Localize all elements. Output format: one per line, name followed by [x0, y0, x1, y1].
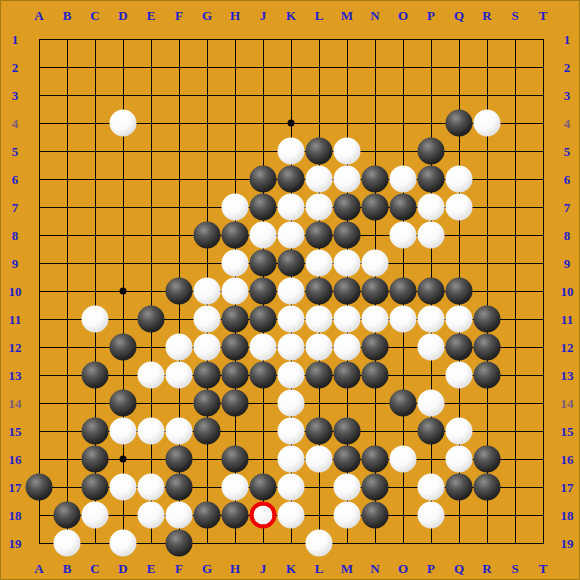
intersection-K6[interactable] — [277, 165, 305, 193]
intersection-M11[interactable] — [333, 305, 361, 333]
intersection-F6[interactable] — [165, 165, 193, 193]
intersection-M3[interactable] — [333, 81, 361, 109]
intersection-N18[interactable] — [361, 501, 389, 529]
intersection-H13[interactable] — [221, 361, 249, 389]
intersection-L1[interactable] — [305, 25, 333, 53]
intersection-B11[interactable] — [53, 305, 81, 333]
intersection-P17[interactable] — [417, 473, 445, 501]
intersection-M15[interactable] — [333, 417, 361, 445]
intersection-K2[interactable] — [277, 53, 305, 81]
intersection-N19[interactable] — [361, 529, 389, 557]
intersection-O6[interactable] — [389, 165, 417, 193]
intersection-A18[interactable] — [25, 501, 53, 529]
intersection-L18[interactable] — [305, 501, 333, 529]
intersection-G18[interactable] — [193, 501, 221, 529]
intersection-J7[interactable] — [249, 193, 277, 221]
intersection-F10[interactable] — [165, 277, 193, 305]
intersection-P11[interactable] — [417, 305, 445, 333]
intersection-E11[interactable] — [137, 305, 165, 333]
intersection-K3[interactable] — [277, 81, 305, 109]
intersection-P16[interactable] — [417, 445, 445, 473]
intersection-N2[interactable] — [361, 53, 389, 81]
intersection-P3[interactable] — [417, 81, 445, 109]
intersection-Q4[interactable] — [445, 109, 473, 137]
intersection-K11[interactable] — [277, 305, 305, 333]
intersection-J2[interactable] — [249, 53, 277, 81]
intersection-E2[interactable] — [137, 53, 165, 81]
intersection-R12[interactable] — [473, 333, 501, 361]
intersection-J12[interactable] — [249, 333, 277, 361]
intersection-R3[interactable] — [473, 81, 501, 109]
intersection-S17[interactable] — [501, 473, 529, 501]
intersection-G3[interactable] — [193, 81, 221, 109]
intersection-D6[interactable] — [109, 165, 137, 193]
intersection-D3[interactable] — [109, 81, 137, 109]
intersection-K16[interactable] — [277, 445, 305, 473]
intersection-D11[interactable] — [109, 305, 137, 333]
intersection-J14[interactable] — [249, 389, 277, 417]
intersection-S11[interactable] — [501, 305, 529, 333]
intersection-R8[interactable] — [473, 221, 501, 249]
intersection-R17[interactable] — [473, 473, 501, 501]
intersection-Q12[interactable] — [445, 333, 473, 361]
intersection-G7[interactable] — [193, 193, 221, 221]
intersection-P10[interactable] — [417, 277, 445, 305]
intersection-J10[interactable] — [249, 277, 277, 305]
intersection-E18[interactable] — [137, 501, 165, 529]
intersection-L11[interactable] — [305, 305, 333, 333]
intersection-D17[interactable] — [109, 473, 137, 501]
intersection-L13[interactable] — [305, 361, 333, 389]
intersection-J15[interactable] — [249, 417, 277, 445]
intersection-Q1[interactable] — [445, 25, 473, 53]
intersection-J18[interactable] — [249, 501, 277, 529]
intersection-S7[interactable] — [501, 193, 529, 221]
intersection-B16[interactable] — [53, 445, 81, 473]
intersection-B2[interactable] — [53, 53, 81, 81]
intersection-C8[interactable] — [81, 221, 109, 249]
intersection-G9[interactable] — [193, 249, 221, 277]
intersection-N5[interactable] — [361, 137, 389, 165]
intersection-L8[interactable] — [305, 221, 333, 249]
intersection-M14[interactable] — [333, 389, 361, 417]
intersection-N3[interactable] — [361, 81, 389, 109]
intersection-D10[interactable] — [109, 277, 137, 305]
intersection-L7[interactable] — [305, 193, 333, 221]
intersection-F12[interactable] — [165, 333, 193, 361]
intersection-J6[interactable] — [249, 165, 277, 193]
intersection-L12[interactable] — [305, 333, 333, 361]
intersection-R10[interactable] — [473, 277, 501, 305]
intersection-A4[interactable] — [25, 109, 53, 137]
intersection-M7[interactable] — [333, 193, 361, 221]
intersection-C4[interactable] — [81, 109, 109, 137]
intersection-A17[interactable] — [25, 473, 53, 501]
intersection-F16[interactable] — [165, 445, 193, 473]
intersection-H7[interactable] — [221, 193, 249, 221]
intersection-F18[interactable] — [165, 501, 193, 529]
intersection-B7[interactable] — [53, 193, 81, 221]
intersection-L19[interactable] — [305, 529, 333, 557]
intersection-K19[interactable] — [277, 529, 305, 557]
intersection-C3[interactable] — [81, 81, 109, 109]
intersection-E16[interactable] — [137, 445, 165, 473]
intersection-H17[interactable] — [221, 473, 249, 501]
intersection-R1[interactable] — [473, 25, 501, 53]
intersection-F4[interactable] — [165, 109, 193, 137]
intersection-O12[interactable] — [389, 333, 417, 361]
intersection-F5[interactable] — [165, 137, 193, 165]
intersection-F19[interactable] — [165, 529, 193, 557]
intersection-M4[interactable] — [333, 109, 361, 137]
intersection-H9[interactable] — [221, 249, 249, 277]
intersection-P18[interactable] — [417, 501, 445, 529]
intersection-L14[interactable] — [305, 389, 333, 417]
intersection-H15[interactable] — [221, 417, 249, 445]
stone-grid[interactable] — [25, 25, 557, 557]
intersection-G10[interactable] — [193, 277, 221, 305]
intersection-C6[interactable] — [81, 165, 109, 193]
intersection-H12[interactable] — [221, 333, 249, 361]
intersection-C16[interactable] — [81, 445, 109, 473]
intersection-P19[interactable] — [417, 529, 445, 557]
intersection-K8[interactable] — [277, 221, 305, 249]
intersection-L9[interactable] — [305, 249, 333, 277]
intersection-M8[interactable] — [333, 221, 361, 249]
intersection-G17[interactable] — [193, 473, 221, 501]
intersection-S3[interactable] — [501, 81, 529, 109]
intersection-T19[interactable] — [529, 529, 557, 557]
intersection-C7[interactable] — [81, 193, 109, 221]
intersection-D14[interactable] — [109, 389, 137, 417]
intersection-F15[interactable] — [165, 417, 193, 445]
intersection-B5[interactable] — [53, 137, 81, 165]
intersection-J19[interactable] — [249, 529, 277, 557]
intersection-G5[interactable] — [193, 137, 221, 165]
intersection-R16[interactable] — [473, 445, 501, 473]
intersection-C13[interactable] — [81, 361, 109, 389]
intersection-A2[interactable] — [25, 53, 53, 81]
intersection-A6[interactable] — [25, 165, 53, 193]
intersection-A16[interactable] — [25, 445, 53, 473]
intersection-O14[interactable] — [389, 389, 417, 417]
intersection-R7[interactable] — [473, 193, 501, 221]
intersection-E4[interactable] — [137, 109, 165, 137]
intersection-B17[interactable] — [53, 473, 81, 501]
intersection-M2[interactable] — [333, 53, 361, 81]
intersection-B3[interactable] — [53, 81, 81, 109]
intersection-T11[interactable] — [529, 305, 557, 333]
intersection-R15[interactable] — [473, 417, 501, 445]
intersection-E9[interactable] — [137, 249, 165, 277]
intersection-P1[interactable] — [417, 25, 445, 53]
intersection-M1[interactable] — [333, 25, 361, 53]
intersection-C17[interactable] — [81, 473, 109, 501]
intersection-T12[interactable] — [529, 333, 557, 361]
intersection-O2[interactable] — [389, 53, 417, 81]
intersection-R5[interactable] — [473, 137, 501, 165]
intersection-K9[interactable] — [277, 249, 305, 277]
intersection-R6[interactable] — [473, 165, 501, 193]
intersection-H4[interactable] — [221, 109, 249, 137]
intersection-J13[interactable] — [249, 361, 277, 389]
intersection-N7[interactable] — [361, 193, 389, 221]
intersection-L6[interactable] — [305, 165, 333, 193]
intersection-Q6[interactable] — [445, 165, 473, 193]
intersection-S12[interactable] — [501, 333, 529, 361]
intersection-T4[interactable] — [529, 109, 557, 137]
intersection-F17[interactable] — [165, 473, 193, 501]
intersection-O9[interactable] — [389, 249, 417, 277]
intersection-Q16[interactable] — [445, 445, 473, 473]
intersection-N9[interactable] — [361, 249, 389, 277]
intersection-H14[interactable] — [221, 389, 249, 417]
intersection-T1[interactable] — [529, 25, 557, 53]
intersection-H8[interactable] — [221, 221, 249, 249]
intersection-Q17[interactable] — [445, 473, 473, 501]
intersection-T3[interactable] — [529, 81, 557, 109]
intersection-P13[interactable] — [417, 361, 445, 389]
intersection-D19[interactable] — [109, 529, 137, 557]
intersection-N10[interactable] — [361, 277, 389, 305]
intersection-F11[interactable] — [165, 305, 193, 333]
intersection-H3[interactable] — [221, 81, 249, 109]
intersection-S16[interactable] — [501, 445, 529, 473]
intersection-K13[interactable] — [277, 361, 305, 389]
intersection-C2[interactable] — [81, 53, 109, 81]
intersection-K1[interactable] — [277, 25, 305, 53]
intersection-E13[interactable] — [137, 361, 165, 389]
intersection-M5[interactable] — [333, 137, 361, 165]
intersection-A15[interactable] — [25, 417, 53, 445]
intersection-O13[interactable] — [389, 361, 417, 389]
intersection-A8[interactable] — [25, 221, 53, 249]
intersection-F8[interactable] — [165, 221, 193, 249]
intersection-N17[interactable] — [361, 473, 389, 501]
intersection-A5[interactable] — [25, 137, 53, 165]
intersection-T8[interactable] — [529, 221, 557, 249]
intersection-Q11[interactable] — [445, 305, 473, 333]
intersection-H1[interactable] — [221, 25, 249, 53]
intersection-D12[interactable] — [109, 333, 137, 361]
intersection-F1[interactable] — [165, 25, 193, 53]
intersection-O7[interactable] — [389, 193, 417, 221]
intersection-O19[interactable] — [389, 529, 417, 557]
intersection-T13[interactable] — [529, 361, 557, 389]
intersection-H2[interactable] — [221, 53, 249, 81]
intersection-T14[interactable] — [529, 389, 557, 417]
intersection-N16[interactable] — [361, 445, 389, 473]
intersection-S8[interactable] — [501, 221, 529, 249]
intersection-T15[interactable] — [529, 417, 557, 445]
intersection-E3[interactable] — [137, 81, 165, 109]
intersection-D15[interactable] — [109, 417, 137, 445]
intersection-G4[interactable] — [193, 109, 221, 137]
intersection-P4[interactable] — [417, 109, 445, 137]
intersection-E15[interactable] — [137, 417, 165, 445]
intersection-J17[interactable] — [249, 473, 277, 501]
intersection-M16[interactable] — [333, 445, 361, 473]
intersection-J3[interactable] — [249, 81, 277, 109]
intersection-E1[interactable] — [137, 25, 165, 53]
intersection-E5[interactable] — [137, 137, 165, 165]
intersection-E6[interactable] — [137, 165, 165, 193]
intersection-S10[interactable] — [501, 277, 529, 305]
intersection-D8[interactable] — [109, 221, 137, 249]
intersection-N6[interactable] — [361, 165, 389, 193]
intersection-O15[interactable] — [389, 417, 417, 445]
intersection-F13[interactable] — [165, 361, 193, 389]
intersection-M10[interactable] — [333, 277, 361, 305]
intersection-L2[interactable] — [305, 53, 333, 81]
intersection-R11[interactable] — [473, 305, 501, 333]
intersection-D4[interactable] — [109, 109, 137, 137]
intersection-S15[interactable] — [501, 417, 529, 445]
intersection-G2[interactable] — [193, 53, 221, 81]
intersection-A12[interactable] — [25, 333, 53, 361]
intersection-T7[interactable] — [529, 193, 557, 221]
intersection-R2[interactable] — [473, 53, 501, 81]
intersection-Q2[interactable] — [445, 53, 473, 81]
intersection-E19[interactable] — [137, 529, 165, 557]
intersection-O4[interactable] — [389, 109, 417, 137]
intersection-E17[interactable] — [137, 473, 165, 501]
intersection-B10[interactable] — [53, 277, 81, 305]
intersection-N13[interactable] — [361, 361, 389, 389]
intersection-J11[interactable] — [249, 305, 277, 333]
intersection-N4[interactable] — [361, 109, 389, 137]
intersection-O5[interactable] — [389, 137, 417, 165]
intersection-S2[interactable] — [501, 53, 529, 81]
intersection-Q5[interactable] — [445, 137, 473, 165]
intersection-B6[interactable] — [53, 165, 81, 193]
intersection-N14[interactable] — [361, 389, 389, 417]
intersection-Q15[interactable] — [445, 417, 473, 445]
intersection-C12[interactable] — [81, 333, 109, 361]
intersection-J8[interactable] — [249, 221, 277, 249]
intersection-O1[interactable] — [389, 25, 417, 53]
intersection-R19[interactable] — [473, 529, 501, 557]
intersection-L16[interactable] — [305, 445, 333, 473]
intersection-S19[interactable] — [501, 529, 529, 557]
intersection-F2[interactable] — [165, 53, 193, 81]
intersection-T17[interactable] — [529, 473, 557, 501]
intersection-E8[interactable] — [137, 221, 165, 249]
intersection-N8[interactable] — [361, 221, 389, 249]
intersection-G12[interactable] — [193, 333, 221, 361]
intersection-A10[interactable] — [25, 277, 53, 305]
intersection-T16[interactable] — [529, 445, 557, 473]
intersection-E10[interactable] — [137, 277, 165, 305]
intersection-B9[interactable] — [53, 249, 81, 277]
intersection-D5[interactable] — [109, 137, 137, 165]
intersection-T5[interactable] — [529, 137, 557, 165]
intersection-F9[interactable] — [165, 249, 193, 277]
intersection-Q19[interactable] — [445, 529, 473, 557]
intersection-R13[interactable] — [473, 361, 501, 389]
intersection-A13[interactable] — [25, 361, 53, 389]
intersection-H19[interactable] — [221, 529, 249, 557]
intersection-S18[interactable] — [501, 501, 529, 529]
intersection-A14[interactable] — [25, 389, 53, 417]
intersection-G13[interactable] — [193, 361, 221, 389]
intersection-M19[interactable] — [333, 529, 361, 557]
intersection-O17[interactable] — [389, 473, 417, 501]
intersection-S13[interactable] — [501, 361, 529, 389]
intersection-H5[interactable] — [221, 137, 249, 165]
intersection-N12[interactable] — [361, 333, 389, 361]
intersection-P6[interactable] — [417, 165, 445, 193]
intersection-D2[interactable] — [109, 53, 137, 81]
intersection-L17[interactable] — [305, 473, 333, 501]
intersection-J9[interactable] — [249, 249, 277, 277]
intersection-J4[interactable] — [249, 109, 277, 137]
intersection-R14[interactable] — [473, 389, 501, 417]
intersection-J1[interactable] — [249, 25, 277, 53]
intersection-C19[interactable] — [81, 529, 109, 557]
intersection-Q10[interactable] — [445, 277, 473, 305]
intersection-B12[interactable] — [53, 333, 81, 361]
intersection-S1[interactable] — [501, 25, 529, 53]
intersection-G15[interactable] — [193, 417, 221, 445]
intersection-G1[interactable] — [193, 25, 221, 53]
intersection-P7[interactable] — [417, 193, 445, 221]
intersection-T18[interactable] — [529, 501, 557, 529]
intersection-D13[interactable] — [109, 361, 137, 389]
intersection-B14[interactable] — [53, 389, 81, 417]
intersection-A11[interactable] — [25, 305, 53, 333]
intersection-P8[interactable] — [417, 221, 445, 249]
intersection-B15[interactable] — [53, 417, 81, 445]
intersection-F7[interactable] — [165, 193, 193, 221]
intersection-B13[interactable] — [53, 361, 81, 389]
intersection-P9[interactable] — [417, 249, 445, 277]
intersection-J5[interactable] — [249, 137, 277, 165]
intersection-L3[interactable] — [305, 81, 333, 109]
intersection-K12[interactable] — [277, 333, 305, 361]
intersection-D7[interactable] — [109, 193, 137, 221]
intersection-G8[interactable] — [193, 221, 221, 249]
intersection-M13[interactable] — [333, 361, 361, 389]
intersection-G6[interactable] — [193, 165, 221, 193]
intersection-N11[interactable] — [361, 305, 389, 333]
intersection-G19[interactable] — [193, 529, 221, 557]
intersection-L5[interactable] — [305, 137, 333, 165]
intersection-Q14[interactable] — [445, 389, 473, 417]
intersection-P5[interactable] — [417, 137, 445, 165]
intersection-P14[interactable] — [417, 389, 445, 417]
intersection-R4[interactable] — [473, 109, 501, 137]
intersection-O11[interactable] — [389, 305, 417, 333]
intersection-L4[interactable] — [305, 109, 333, 137]
intersection-R18[interactable] — [473, 501, 501, 529]
intersection-L10[interactable] — [305, 277, 333, 305]
intersection-H10[interactable] — [221, 277, 249, 305]
intersection-K15[interactable] — [277, 417, 305, 445]
intersection-O10[interactable] — [389, 277, 417, 305]
intersection-H18[interactable] — [221, 501, 249, 529]
intersection-C1[interactable] — [81, 25, 109, 53]
intersection-T6[interactable] — [529, 165, 557, 193]
intersection-K4[interactable] — [277, 109, 305, 137]
intersection-K5[interactable] — [277, 137, 305, 165]
intersection-N1[interactable] — [361, 25, 389, 53]
intersection-A9[interactable] — [25, 249, 53, 277]
intersection-H16[interactable] — [221, 445, 249, 473]
intersection-M6[interactable] — [333, 165, 361, 193]
intersection-K7[interactable] — [277, 193, 305, 221]
intersection-B19[interactable] — [53, 529, 81, 557]
